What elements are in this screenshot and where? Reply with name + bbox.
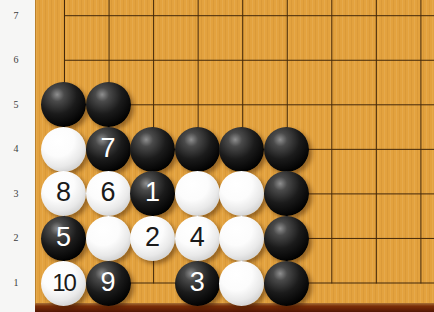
move-number: 7: [101, 126, 116, 171]
move-number: 6: [101, 170, 116, 215]
stone-white-10: 10: [41, 261, 86, 306]
stone-white: [41, 127, 86, 172]
coordinate-label-3: 3: [4, 188, 28, 200]
stone-black: [130, 127, 175, 172]
coordinate-label-7: 7: [4, 10, 28, 22]
stone-white-4: 4: [175, 216, 220, 261]
coordinate-label-6: 6: [4, 54, 28, 66]
stone-white: [219, 216, 264, 261]
move-number: 8: [56, 170, 71, 215]
stone-black-9: 9: [86, 261, 131, 306]
move-number: 10: [52, 260, 75, 305]
stone-black: [219, 127, 264, 172]
coordinate-label-1: 1: [4, 277, 28, 289]
stone-black-5: 5: [41, 216, 86, 261]
stone-black: [264, 171, 309, 216]
stone-black: [86, 82, 131, 127]
stone-white-2: 2: [130, 216, 175, 261]
stone-black: [41, 82, 86, 127]
coordinate-label-5: 5: [4, 99, 28, 111]
stone-white: [175, 171, 220, 216]
coordinate-label-2: 2: [4, 232, 28, 244]
stone-black: [264, 127, 309, 172]
move-number: 5: [56, 215, 71, 260]
stone-black-3: 3: [175, 261, 220, 306]
stone-black: [175, 127, 220, 172]
move-number: 1: [145, 170, 160, 215]
stone-black: [264, 216, 309, 261]
move-number: 3: [190, 260, 205, 305]
go-diagram: 7654321 78615241093: [0, 0, 434, 312]
stone-white: [219, 261, 264, 306]
stone-black-7: 7: [86, 127, 131, 172]
coordinate-label-4: 4: [4, 143, 28, 155]
stone-white-6: 6: [86, 171, 131, 216]
move-number: 4: [190, 215, 205, 260]
move-number: 2: [145, 215, 160, 260]
stone-black: [264, 261, 309, 306]
stone-white: [86, 216, 131, 261]
move-number: 9: [101, 260, 116, 305]
